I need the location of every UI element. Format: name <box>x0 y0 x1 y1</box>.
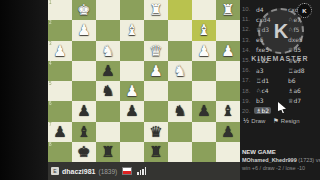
piece-bP-a7[interactable]: ♟ <box>216 122 240 142</box>
white-player-rating: (1723) <box>298 157 314 163</box>
square-d1[interactable]: ♜ <box>144 0 168 20</box>
black-move[interactable]: ♘f5 <box>286 26 301 33</box>
square-a5[interactable] <box>216 81 240 101</box>
piece-wK-g1[interactable]: ♚ <box>72 0 96 20</box>
piece-wN-c4[interactable]: ♞ <box>168 61 192 81</box>
square-f6[interactable] <box>96 101 120 121</box>
move-number: 17. <box>240 77 254 83</box>
piece-bB-a6[interactable]: ♝ <box>216 101 240 121</box>
move-number: 10. <box>240 6 254 12</box>
white-move[interactable]: fxe5 <box>254 46 271 53</box>
square-c1[interactable] <box>168 0 192 20</box>
square-e2[interactable]: ♝ <box>120 20 144 40</box>
move-list: 10.d4cxd411.cxd4♘e712.♕d3♘f513.e5dxe514.… <box>240 4 320 116</box>
signal-bars-icon <box>137 167 146 175</box>
move-row-13: 13.e5dxe5 <box>240 35 320 45</box>
piece-bK-g8[interactable]: ♚ <box>72 142 96 162</box>
square-g8[interactable]: ♚ <box>72 142 96 162</box>
square-h6[interactable]: 6 <box>48 101 72 121</box>
square-h1[interactable]: 1 <box>48 0 72 20</box>
piece-wR-d1[interactable]: ♜ <box>144 0 168 20</box>
square-b7[interactable] <box>192 122 216 142</box>
square-c7[interactable] <box>168 122 192 142</box>
square-c4[interactable]: ♞ <box>168 61 192 81</box>
black-move[interactable]: ♕d5 <box>286 46 303 53</box>
resign-label: Resign <box>281 118 300 124</box>
square-b5[interactable] <box>192 81 216 101</box>
square-f8[interactable]: ♜ <box>96 142 120 162</box>
square-g2[interactable]: ♟ <box>72 20 96 40</box>
square-f1[interactable] <box>96 0 120 20</box>
draw-button[interactable]: ½ Draw <box>243 117 273 125</box>
white-move[interactable]: cxd4 <box>254 16 272 23</box>
draw-label: Draw <box>251 118 265 124</box>
move-row-12: 12.♕d3♘f5 <box>240 24 320 34</box>
square-b3[interactable]: ♟ <box>192 41 216 61</box>
rank-label-5: 5 <box>49 81 52 86</box>
letterbox-left <box>0 0 48 180</box>
piece-wN-f3[interactable]: ♞ <box>96 41 120 61</box>
move-number: 13. <box>240 37 254 43</box>
white-move[interactable]: ♗b2 <box>254 107 271 114</box>
square-e5[interactable]: ♟ <box>120 81 144 101</box>
piece-wB-e2[interactable]: ♝ <box>120 20 144 40</box>
move-row-15: 15.♗e2♕e7 <box>240 55 320 65</box>
rank-label-1: 1 <box>49 0 52 5</box>
player-flair-icon: E <box>51 167 59 175</box>
square-g7[interactable]: ♝ <box>72 122 96 142</box>
square-b2[interactable]: ♝ <box>192 20 216 40</box>
video-frame: 1♚♜♜2♟♝♝3♟♞♛♟♟4♟♟♞5♞♟6♟♟♞♟♝7♟♝♛♟8♚♜♜ E d… <box>0 0 320 180</box>
white-move[interactable]: e5 <box>254 36 266 43</box>
square-a1[interactable]: ♜ <box>216 0 240 20</box>
move-number: 11. <box>240 16 254 22</box>
square-d2[interactable] <box>144 20 168 40</box>
square-d4[interactable]: ♟ <box>144 61 168 81</box>
piece-bP-e6[interactable]: ♟ <box>120 101 144 121</box>
square-c5[interactable] <box>168 81 192 101</box>
white-move[interactable]: b3 <box>254 97 266 104</box>
piece-bP-b6[interactable]: ♟ <box>192 101 216 121</box>
move-number: 14. <box>240 47 254 53</box>
piece-wR-a1[interactable]: ♜ <box>216 0 240 20</box>
white-move[interactable]: ♖d1 <box>254 77 271 84</box>
black-move[interactable]: dxe5 <box>286 36 305 43</box>
chess-board[interactable]: 1♚♜♜2♟♝♝3♟♞♛♟♟4♟♟♞5♞♟6♟♟♞♟♝7♟♝♛♟8♚♜♜ <box>48 0 240 162</box>
square-g5[interactable] <box>72 81 96 101</box>
piece-wP-a3[interactable]: ♟ <box>216 41 240 61</box>
square-e3[interactable] <box>120 41 144 61</box>
square-a7[interactable]: ♟ <box>216 122 240 142</box>
white-move[interactable]: ♕d3 <box>254 26 271 33</box>
square-a4[interactable] <box>216 61 240 81</box>
rating-points-line: win +6 / draw -2 / lose -10 <box>240 165 320 171</box>
resign-flag-icon: ⚑ <box>273 117 279 125</box>
bottom-player-bar: E dhaczi981 (1839) <box>48 162 240 180</box>
square-d7[interactable]: ♛ <box>144 122 168 142</box>
piece-bB-g7[interactable]: ♝ <box>72 122 96 142</box>
flag-icon <box>122 167 132 175</box>
move-row-18: 18.♘c4♗a6 <box>240 86 320 96</box>
move-row-16: 16.a3♖ad8 <box>240 65 320 75</box>
piece-wP-g2[interactable]: ♟ <box>72 20 96 40</box>
square-a3[interactable]: ♟ <box>216 41 240 61</box>
rank-label-2: 2 <box>49 20 52 25</box>
game-actions: ½ Draw ⚑ Resign <box>240 117 320 125</box>
white-move[interactable]: ♗e2 <box>254 57 271 64</box>
piece-bR-d8[interactable]: ♜ <box>144 142 168 162</box>
square-d8[interactable]: ♜ <box>144 142 168 162</box>
square-f2[interactable] <box>96 20 120 40</box>
move-number: 12. <box>240 26 254 32</box>
piece-wP-e5[interactable]: ♟ <box>120 81 144 101</box>
square-h3[interactable]: 3♟ <box>48 41 72 61</box>
white-move[interactable]: ♘c4 <box>254 87 271 94</box>
square-g6[interactable]: ♟ <box>72 101 96 121</box>
square-d6[interactable] <box>144 101 168 121</box>
piece-bP-h7[interactable]: ♟ <box>48 122 72 142</box>
piece-wP-h3[interactable]: ♟ <box>48 41 72 61</box>
rank-label-6: 6 <box>49 101 52 106</box>
square-a2[interactable] <box>216 20 240 40</box>
vs-label: vs. <box>316 157 320 163</box>
side-panel: 10.d4cxd411.cxd4♘e712.♕d3♘f513.e5dxe514.… <box>240 0 320 180</box>
black-move[interactable]: ♖ad8 <box>286 67 307 74</box>
square-a6[interactable]: ♝ <box>216 101 240 121</box>
square-a8[interactable] <box>216 142 240 162</box>
square-g1[interactable]: ♚ <box>72 0 96 20</box>
move-row-14: 14.fxe5♕d5 <box>240 45 320 55</box>
square-b8[interactable] <box>192 142 216 162</box>
square-e1[interactable] <box>120 0 144 20</box>
bottom-player-name[interactable]: dhaczi981 <box>62 168 95 175</box>
bottom-player-rating: (1839) <box>98 168 117 175</box>
square-b6[interactable]: ♟ <box>192 101 216 121</box>
square-e7[interactable] <box>120 122 144 142</box>
piece-wB-b2[interactable]: ♝ <box>192 20 216 40</box>
piece-bR-f8[interactable]: ♜ <box>96 142 120 162</box>
piece-bP-g6[interactable]: ♟ <box>72 101 96 121</box>
new-game-footer: NEW GAME MOhamed_Khedr999 (1723) vs. dha… <box>240 149 320 171</box>
white-move[interactable]: a3 <box>254 67 266 74</box>
piece-bP-f4[interactable]: ♟ <box>96 61 120 81</box>
piece-bQ-d7[interactable]: ♛ <box>144 122 168 142</box>
square-e8[interactable] <box>120 142 144 162</box>
move-number: 15. <box>240 57 254 63</box>
square-e6[interactable]: ♟ <box>120 101 144 121</box>
black-move[interactable]: ♕d7 <box>286 97 303 104</box>
square-d3[interactable]: ♛ <box>144 41 168 61</box>
black-move[interactable]: ♕e7 <box>286 57 303 64</box>
square-d5[interactable] <box>144 81 168 101</box>
square-f7[interactable] <box>96 122 120 142</box>
move-number: 19. <box>240 98 254 104</box>
square-c2[interactable] <box>168 20 192 40</box>
new-game-heading: NEW GAME <box>240 149 320 155</box>
black-move[interactable]: b6 <box>286 77 298 84</box>
white-move[interactable]: d4 <box>254 6 266 13</box>
square-c8[interactable] <box>168 142 192 162</box>
square-e4[interactable] <box>120 61 144 81</box>
half-point-icon: ½ <box>243 117 249 125</box>
square-h4[interactable]: 4 <box>48 61 72 81</box>
square-g4[interactable] <box>72 61 96 81</box>
square-b1[interactable] <box>192 0 216 20</box>
move-number: 16. <box>240 67 254 73</box>
piece-bN-c6[interactable]: ♞ <box>168 101 192 121</box>
square-g3[interactable] <box>72 41 96 61</box>
square-h2[interactable]: 2 <box>48 20 72 40</box>
square-f5[interactable]: ♞ <box>96 81 120 101</box>
piece-wQ-d3[interactable]: ♛ <box>144 41 168 61</box>
square-f3[interactable]: ♞ <box>96 41 120 61</box>
resign-button[interactable]: ⚑ Resign <box>273 117 300 125</box>
kinemaster-corner-badge: K <box>297 3 312 18</box>
black-move[interactable]: ♗a6 <box>286 87 303 94</box>
square-c6[interactable]: ♞ <box>168 101 192 121</box>
rank-label-8: 8 <box>49 142 52 147</box>
piece-bN-f5[interactable]: ♞ <box>96 81 120 101</box>
move-number: 20. <box>240 108 254 114</box>
square-h7[interactable]: 7♟ <box>48 122 72 142</box>
piece-wP-d4[interactable]: ♟ <box>144 61 168 81</box>
square-f4[interactable]: ♟ <box>96 61 120 81</box>
square-h5[interactable]: 5 <box>48 81 72 101</box>
rank-label-4: 4 <box>49 61 52 66</box>
move-number: 18. <box>240 88 254 94</box>
white-player-name: MOhamed_Khedr999 <box>242 157 297 163</box>
move-row-17: 17.♖d1b6 <box>240 75 320 85</box>
square-b4[interactable] <box>192 61 216 81</box>
square-h8[interactable]: 8 <box>48 142 72 162</box>
square-c3[interactable] <box>168 41 192 61</box>
matchup-line: MOhamed_Khedr999 (1723) vs. dhaczi981 <box>240 157 320 163</box>
piece-wP-b3[interactable]: ♟ <box>192 41 216 61</box>
